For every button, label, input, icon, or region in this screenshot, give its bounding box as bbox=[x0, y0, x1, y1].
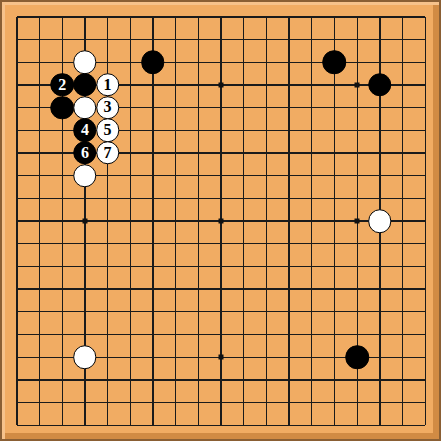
intersection-fr[interactable] bbox=[119, 391, 142, 414]
intersection-jl[interactable] bbox=[210, 255, 233, 278]
intersection-ep[interactable] bbox=[96, 346, 119, 369]
intersection-pm[interactable] bbox=[346, 278, 369, 301]
intersection-dn[interactable] bbox=[74, 300, 97, 323]
intersection-bn[interactable] bbox=[28, 300, 51, 323]
intersection-he[interactable] bbox=[164, 96, 187, 119]
intersection-oa[interactable] bbox=[323, 6, 346, 29]
intersection-sq[interactable] bbox=[414, 369, 437, 392]
intersection-rk[interactable] bbox=[391, 232, 414, 255]
intersection-bf[interactable] bbox=[28, 119, 51, 142]
intersection-gk[interactable] bbox=[142, 232, 165, 255]
intersection-kd[interactable] bbox=[232, 74, 255, 97]
intersection-sb[interactable] bbox=[414, 28, 437, 51]
intersection-ri[interactable] bbox=[391, 187, 414, 210]
intersection-os[interactable] bbox=[323, 414, 346, 437]
intersection-hq[interactable] bbox=[164, 369, 187, 392]
intersection-de[interactable] bbox=[74, 96, 97, 119]
intersection-pe[interactable] bbox=[346, 96, 369, 119]
intersection-cp[interactable] bbox=[51, 346, 74, 369]
intersection-kp[interactable] bbox=[232, 346, 255, 369]
intersection-dm[interactable] bbox=[74, 278, 97, 301]
intersection-lm[interactable] bbox=[255, 278, 278, 301]
intersection-kj[interactable] bbox=[232, 210, 255, 233]
intersection-ob[interactable] bbox=[323, 28, 346, 51]
intersection-ig[interactable] bbox=[187, 142, 210, 165]
intersection-dq[interactable] bbox=[74, 369, 97, 392]
intersection-lc[interactable] bbox=[255, 51, 278, 74]
intersection-dp[interactable] bbox=[74, 346, 97, 369]
intersection-gg[interactable] bbox=[142, 142, 165, 165]
intersection-mq[interactable] bbox=[278, 369, 301, 392]
intersection-pl[interactable] bbox=[346, 255, 369, 278]
intersection-mm[interactable] bbox=[278, 278, 301, 301]
intersection-lk[interactable] bbox=[255, 232, 278, 255]
intersection-cl[interactable] bbox=[51, 255, 74, 278]
intersection-fp[interactable] bbox=[119, 346, 142, 369]
intersection-mj[interactable] bbox=[278, 210, 301, 233]
intersection-pa[interactable] bbox=[346, 6, 369, 29]
intersection-nh[interactable] bbox=[300, 164, 323, 187]
intersection-mh[interactable] bbox=[278, 164, 301, 187]
intersection-dc[interactable] bbox=[74, 51, 97, 74]
intersection-ca[interactable] bbox=[51, 6, 74, 29]
intersection-ji[interactable] bbox=[210, 187, 233, 210]
intersection-ip[interactable] bbox=[187, 346, 210, 369]
intersection-cq[interactable] bbox=[51, 369, 74, 392]
intersection-sf[interactable] bbox=[414, 119, 437, 142]
intersection-ib[interactable] bbox=[187, 28, 210, 51]
intersection-bo[interactable] bbox=[28, 323, 51, 346]
intersection-qp[interactable] bbox=[369, 346, 392, 369]
intersection-ne[interactable] bbox=[300, 96, 323, 119]
intersection-mp[interactable] bbox=[278, 346, 301, 369]
intersection-fa[interactable] bbox=[119, 6, 142, 29]
intersection-aj[interactable] bbox=[6, 210, 29, 233]
intersection-bg[interactable] bbox=[28, 142, 51, 165]
intersection-cm[interactable] bbox=[51, 278, 74, 301]
intersection-lg[interactable] bbox=[255, 142, 278, 165]
intersection-nl[interactable] bbox=[300, 255, 323, 278]
intersection-cg[interactable] bbox=[51, 142, 74, 165]
intersection-ci[interactable] bbox=[51, 187, 74, 210]
intersection-gh[interactable] bbox=[142, 164, 165, 187]
intersection-md[interactable] bbox=[278, 74, 301, 97]
intersection-ks[interactable] bbox=[232, 414, 255, 437]
intersection-fm[interactable] bbox=[119, 278, 142, 301]
intersection-ba[interactable] bbox=[28, 6, 51, 29]
intersection-km[interactable] bbox=[232, 278, 255, 301]
intersection-gf[interactable] bbox=[142, 119, 165, 142]
intersection-na[interactable] bbox=[300, 6, 323, 29]
intersection-ac[interactable] bbox=[6, 51, 29, 74]
intersection-ab[interactable] bbox=[6, 28, 29, 51]
intersection-ga[interactable] bbox=[142, 6, 165, 29]
intersection-ii[interactable] bbox=[187, 187, 210, 210]
intersection-qs[interactable] bbox=[369, 414, 392, 437]
intersection-im[interactable] bbox=[187, 278, 210, 301]
intersection-ch[interactable] bbox=[51, 164, 74, 187]
intersection-id[interactable] bbox=[187, 74, 210, 97]
intersection-lf[interactable] bbox=[255, 119, 278, 142]
intersection-rs[interactable] bbox=[391, 414, 414, 437]
intersection-bl[interactable] bbox=[28, 255, 51, 278]
intersection-fd[interactable] bbox=[119, 74, 142, 97]
intersection-kl[interactable] bbox=[232, 255, 255, 278]
intersection-be[interactable] bbox=[28, 96, 51, 119]
intersection-od[interactable] bbox=[323, 74, 346, 97]
intersection-fi[interactable] bbox=[119, 187, 142, 210]
intersection-ss[interactable] bbox=[414, 414, 437, 437]
intersection-sm[interactable] bbox=[414, 278, 437, 301]
intersection-gl[interactable] bbox=[142, 255, 165, 278]
intersection-nf[interactable] bbox=[300, 119, 323, 142]
intersection-nb[interactable] bbox=[300, 28, 323, 51]
intersection-bs[interactable] bbox=[28, 414, 51, 437]
intersection-or[interactable] bbox=[323, 391, 346, 414]
intersection-nk[interactable] bbox=[300, 232, 323, 255]
intersection-mi[interactable] bbox=[278, 187, 301, 210]
intersection-je[interactable] bbox=[210, 96, 233, 119]
intersection-pb[interactable] bbox=[346, 28, 369, 51]
intersection-aa[interactable] bbox=[6, 6, 29, 29]
intersection-as[interactable] bbox=[6, 414, 29, 437]
intersection-iq[interactable] bbox=[187, 369, 210, 392]
intersection-pq[interactable] bbox=[346, 369, 369, 392]
intersection-mr[interactable] bbox=[278, 391, 301, 414]
intersection-gd[interactable] bbox=[142, 74, 165, 97]
intersection-jj[interactable] bbox=[210, 210, 233, 233]
intersection-rb[interactable] bbox=[391, 28, 414, 51]
intersection-bm[interactable] bbox=[28, 278, 51, 301]
intersection-pn[interactable] bbox=[346, 300, 369, 323]
intersection-hb[interactable] bbox=[164, 28, 187, 51]
intersection-gj[interactable] bbox=[142, 210, 165, 233]
intersection-ke[interactable] bbox=[232, 96, 255, 119]
intersection-eb[interactable] bbox=[96, 28, 119, 51]
intersection-sn[interactable] bbox=[414, 300, 437, 323]
intersection-gr[interactable] bbox=[142, 391, 165, 414]
intersection-ek[interactable] bbox=[96, 232, 119, 255]
intersection-js[interactable] bbox=[210, 414, 233, 437]
intersection-df[interactable]: 4 bbox=[74, 119, 97, 142]
intersection-hc[interactable] bbox=[164, 51, 187, 74]
intersection-lp[interactable] bbox=[255, 346, 278, 369]
intersection-cn[interactable] bbox=[51, 300, 74, 323]
intersection-ag[interactable] bbox=[6, 142, 29, 165]
intersection-ie[interactable] bbox=[187, 96, 210, 119]
intersection-lh[interactable] bbox=[255, 164, 278, 187]
intersection-eh[interactable] bbox=[96, 164, 119, 187]
intersection-rl[interactable] bbox=[391, 255, 414, 278]
intersection-qr[interactable] bbox=[369, 391, 392, 414]
intersection-gm[interactable] bbox=[142, 278, 165, 301]
intersection-ak[interactable] bbox=[6, 232, 29, 255]
intersection-oc[interactable] bbox=[323, 51, 346, 74]
intersection-nr[interactable] bbox=[300, 391, 323, 414]
intersection-ms[interactable] bbox=[278, 414, 301, 437]
intersection-hl[interactable] bbox=[164, 255, 187, 278]
intersection-ng[interactable] bbox=[300, 142, 323, 165]
intersection-ki[interactable] bbox=[232, 187, 255, 210]
intersection-ok[interactable] bbox=[323, 232, 346, 255]
intersection-jc[interactable] bbox=[210, 51, 233, 74]
intersection-ra[interactable] bbox=[391, 6, 414, 29]
intersection-sj[interactable] bbox=[414, 210, 437, 233]
intersection-fs[interactable] bbox=[119, 414, 142, 437]
intersection-ec[interactable] bbox=[96, 51, 119, 74]
intersection-jf[interactable] bbox=[210, 119, 233, 142]
intersection-el[interactable] bbox=[96, 255, 119, 278]
intersection-rd[interactable] bbox=[391, 74, 414, 97]
intersection-hm[interactable] bbox=[164, 278, 187, 301]
intersection-ar[interactable] bbox=[6, 391, 29, 414]
intersection-qf[interactable] bbox=[369, 119, 392, 142]
intersection-ap[interactable] bbox=[6, 346, 29, 369]
intersection-ee[interactable]: 3 bbox=[96, 96, 119, 119]
intersection-eg[interactable]: 7 bbox=[96, 142, 119, 165]
intersection-ah[interactable] bbox=[6, 164, 29, 187]
intersection-po[interactable] bbox=[346, 323, 369, 346]
intersection-ea[interactable] bbox=[96, 6, 119, 29]
intersection-mf[interactable] bbox=[278, 119, 301, 142]
intersection-ld[interactable] bbox=[255, 74, 278, 97]
intersection-rg[interactable] bbox=[391, 142, 414, 165]
intersection-aq[interactable] bbox=[6, 369, 29, 392]
intersection-ma[interactable] bbox=[278, 6, 301, 29]
intersection-qm[interactable] bbox=[369, 278, 392, 301]
intersection-br[interactable] bbox=[28, 391, 51, 414]
intersection-ps[interactable] bbox=[346, 414, 369, 437]
intersection-in[interactable] bbox=[187, 300, 210, 323]
intersection-ir[interactable] bbox=[187, 391, 210, 414]
intersection-se[interactable] bbox=[414, 96, 437, 119]
intersection-di[interactable] bbox=[74, 187, 97, 210]
intersection-gs[interactable] bbox=[142, 414, 165, 437]
intersection-bh[interactable] bbox=[28, 164, 51, 187]
intersection-ai[interactable] bbox=[6, 187, 29, 210]
intersection-bb[interactable] bbox=[28, 28, 51, 51]
intersection-kh[interactable] bbox=[232, 164, 255, 187]
intersection-ae[interactable] bbox=[6, 96, 29, 119]
intersection-hf[interactable] bbox=[164, 119, 187, 142]
intersection-gc[interactable] bbox=[142, 51, 165, 74]
intersection-sa[interactable] bbox=[414, 6, 437, 29]
intersection-ha[interactable] bbox=[164, 6, 187, 29]
intersection-me[interactable] bbox=[278, 96, 301, 119]
intersection-ol[interactable] bbox=[323, 255, 346, 278]
intersection-jd[interactable] bbox=[210, 74, 233, 97]
intersection-sp[interactable] bbox=[414, 346, 437, 369]
intersection-dg[interactable]: 6 bbox=[74, 142, 97, 165]
intersection-ds[interactable] bbox=[74, 414, 97, 437]
intersection-fn[interactable] bbox=[119, 300, 142, 323]
intersection-oe[interactable] bbox=[323, 96, 346, 119]
intersection-rc[interactable] bbox=[391, 51, 414, 74]
intersection-qj[interactable] bbox=[369, 210, 392, 233]
intersection-jn[interactable] bbox=[210, 300, 233, 323]
intersection-np[interactable] bbox=[300, 346, 323, 369]
intersection-sd[interactable] bbox=[414, 74, 437, 97]
intersection-hi[interactable] bbox=[164, 187, 187, 210]
intersection-og[interactable] bbox=[323, 142, 346, 165]
intersection-dl[interactable] bbox=[74, 255, 97, 278]
intersection-oj[interactable] bbox=[323, 210, 346, 233]
intersection-jh[interactable] bbox=[210, 164, 233, 187]
intersection-jm[interactable] bbox=[210, 278, 233, 301]
intersection-fl[interactable] bbox=[119, 255, 142, 278]
intersection-hn[interactable] bbox=[164, 300, 187, 323]
intersection-sl[interactable] bbox=[414, 255, 437, 278]
intersection-es[interactable] bbox=[96, 414, 119, 437]
intersection-mc[interactable] bbox=[278, 51, 301, 74]
intersection-dd[interactable] bbox=[74, 74, 97, 97]
intersection-ls[interactable] bbox=[255, 414, 278, 437]
intersection-oh[interactable] bbox=[323, 164, 346, 187]
intersection-rn[interactable] bbox=[391, 300, 414, 323]
intersection-da[interactable] bbox=[74, 6, 97, 29]
intersection-sg[interactable] bbox=[414, 142, 437, 165]
intersection-cf[interactable] bbox=[51, 119, 74, 142]
intersection-ej[interactable] bbox=[96, 210, 119, 233]
intersection-lq[interactable] bbox=[255, 369, 278, 392]
intersection-jo[interactable] bbox=[210, 323, 233, 346]
intersection-hs[interactable] bbox=[164, 414, 187, 437]
intersection-mo[interactable] bbox=[278, 323, 301, 346]
intersection-nm[interactable] bbox=[300, 278, 323, 301]
intersection-gi[interactable] bbox=[142, 187, 165, 210]
intersection-ph[interactable] bbox=[346, 164, 369, 187]
intersection-fb[interactable] bbox=[119, 28, 142, 51]
intersection-ff[interactable] bbox=[119, 119, 142, 142]
intersection-hh[interactable] bbox=[164, 164, 187, 187]
intersection-op[interactable] bbox=[323, 346, 346, 369]
intersection-mn[interactable] bbox=[278, 300, 301, 323]
intersection-mk[interactable] bbox=[278, 232, 301, 255]
intersection-ja[interactable] bbox=[210, 6, 233, 29]
intersection-kk[interactable] bbox=[232, 232, 255, 255]
intersection-rf[interactable] bbox=[391, 119, 414, 142]
intersection-bp[interactable] bbox=[28, 346, 51, 369]
intersection-bk[interactable] bbox=[28, 232, 51, 255]
intersection-nj[interactable] bbox=[300, 210, 323, 233]
intersection-bj[interactable] bbox=[28, 210, 51, 233]
intersection-kr[interactable] bbox=[232, 391, 255, 414]
intersection-is[interactable] bbox=[187, 414, 210, 437]
intersection-ka[interactable] bbox=[232, 6, 255, 29]
intersection-ia[interactable] bbox=[187, 6, 210, 29]
intersection-oi[interactable] bbox=[323, 187, 346, 210]
intersection-qb[interactable] bbox=[369, 28, 392, 51]
intersection-qn[interactable] bbox=[369, 300, 392, 323]
intersection-lr[interactable] bbox=[255, 391, 278, 414]
intersection-hg[interactable] bbox=[164, 142, 187, 165]
intersection-ll[interactable] bbox=[255, 255, 278, 278]
intersection-fo[interactable] bbox=[119, 323, 142, 346]
intersection-af[interactable] bbox=[6, 119, 29, 142]
intersection-jb[interactable] bbox=[210, 28, 233, 51]
intersection-qq[interactable] bbox=[369, 369, 392, 392]
intersection-kc[interactable] bbox=[232, 51, 255, 74]
intersection-sh[interactable] bbox=[414, 164, 437, 187]
intersection-gb[interactable] bbox=[142, 28, 165, 51]
intersection-pf[interactable] bbox=[346, 119, 369, 142]
intersection-do[interactable] bbox=[74, 323, 97, 346]
intersection-of[interactable] bbox=[323, 119, 346, 142]
intersection-om[interactable] bbox=[323, 278, 346, 301]
intersection-sc[interactable] bbox=[414, 51, 437, 74]
intersection-jq[interactable] bbox=[210, 369, 233, 392]
intersection-am[interactable] bbox=[6, 278, 29, 301]
intersection-qi[interactable] bbox=[369, 187, 392, 210]
intersection-la[interactable] bbox=[255, 6, 278, 29]
intersection-kq[interactable] bbox=[232, 369, 255, 392]
intersection-hr[interactable] bbox=[164, 391, 187, 414]
intersection-ij[interactable] bbox=[187, 210, 210, 233]
intersection-ql[interactable] bbox=[369, 255, 392, 278]
intersection-lo[interactable] bbox=[255, 323, 278, 346]
intersection-jk[interactable] bbox=[210, 232, 233, 255]
intersection-jp[interactable] bbox=[210, 346, 233, 369]
intersection-pg[interactable] bbox=[346, 142, 369, 165]
intersection-pd[interactable] bbox=[346, 74, 369, 97]
intersection-oo[interactable] bbox=[323, 323, 346, 346]
intersection-qg[interactable] bbox=[369, 142, 392, 165]
intersection-qc[interactable] bbox=[369, 51, 392, 74]
intersection-pr[interactable] bbox=[346, 391, 369, 414]
intersection-dk[interactable] bbox=[74, 232, 97, 255]
intersection-jr[interactable] bbox=[210, 391, 233, 414]
intersection-bi[interactable] bbox=[28, 187, 51, 210]
intersection-mg[interactable] bbox=[278, 142, 301, 165]
intersection-nc[interactable] bbox=[300, 51, 323, 74]
intersection-eq[interactable] bbox=[96, 369, 119, 392]
intersection-bd[interactable] bbox=[28, 74, 51, 97]
intersection-gp[interactable] bbox=[142, 346, 165, 369]
intersection-ns[interactable] bbox=[300, 414, 323, 437]
intersection-lb[interactable] bbox=[255, 28, 278, 51]
intersection-qa[interactable] bbox=[369, 6, 392, 29]
intersection-an[interactable] bbox=[6, 300, 29, 323]
intersection-fg[interactable] bbox=[119, 142, 142, 165]
intersection-rq[interactable] bbox=[391, 369, 414, 392]
intersection-hj[interactable] bbox=[164, 210, 187, 233]
intersection-pj[interactable] bbox=[346, 210, 369, 233]
intersection-ih[interactable] bbox=[187, 164, 210, 187]
intersection-qo[interactable] bbox=[369, 323, 392, 346]
intersection-ik[interactable] bbox=[187, 232, 210, 255]
intersection-rr[interactable] bbox=[391, 391, 414, 414]
intersection-rh[interactable] bbox=[391, 164, 414, 187]
intersection-db[interactable] bbox=[74, 28, 97, 51]
intersection-ei[interactable] bbox=[96, 187, 119, 210]
intersection-jg[interactable] bbox=[210, 142, 233, 165]
intersection-mb[interactable] bbox=[278, 28, 301, 51]
intersection-ln[interactable] bbox=[255, 300, 278, 323]
intersection-dj[interactable] bbox=[74, 210, 97, 233]
intersection-ck[interactable] bbox=[51, 232, 74, 255]
intersection-nd[interactable] bbox=[300, 74, 323, 97]
intersection-cc[interactable] bbox=[51, 51, 74, 74]
intersection-qk[interactable] bbox=[369, 232, 392, 255]
intersection-qd[interactable] bbox=[369, 74, 392, 97]
intersection-ce[interactable] bbox=[51, 96, 74, 119]
intersection-ad[interactable] bbox=[6, 74, 29, 97]
intersection-fc[interactable] bbox=[119, 51, 142, 74]
intersection-kf[interactable] bbox=[232, 119, 255, 142]
intersection-li[interactable] bbox=[255, 187, 278, 210]
intersection-le[interactable] bbox=[255, 96, 278, 119]
intersection-co[interactable] bbox=[51, 323, 74, 346]
